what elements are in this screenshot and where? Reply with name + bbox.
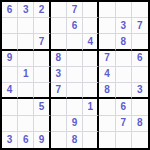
cell-r9c4[interactable]: [51, 132, 67, 148]
cell-r8c3[interactable]: [34, 116, 50, 132]
cell-r1c7[interactable]: [99, 2, 115, 18]
cell-r7c9[interactable]: [132, 99, 148, 115]
cell-r3c9[interactable]: [132, 34, 148, 50]
cell-r9c7[interactable]: [99, 132, 115, 148]
cell-r3c8[interactable]: 8: [116, 34, 132, 50]
cell-r1c9[interactable]: [132, 2, 148, 18]
cell-r7c5[interactable]: [67, 99, 83, 115]
cell-r6c7[interactable]: 8: [99, 83, 115, 99]
cell-r7c6[interactable]: 1: [83, 99, 99, 115]
cell-r6c9[interactable]: 3: [132, 83, 148, 99]
cell-r2c8[interactable]: 3: [116, 18, 132, 34]
cell-r4c9[interactable]: 6: [132, 51, 148, 67]
cell-r5c3[interactable]: [34, 67, 50, 83]
cell-r1c2[interactable]: 3: [18, 2, 34, 18]
cell-r3c5[interactable]: [67, 34, 83, 50]
cell-r3c3[interactable]: 7: [34, 34, 50, 50]
cell-r1c5[interactable]: 7: [67, 2, 83, 18]
cell-r6c2[interactable]: [18, 83, 34, 99]
cell-r9c5[interactable]: 8: [67, 132, 83, 148]
cell-r9c9[interactable]: [132, 132, 148, 148]
cell-r7c4[interactable]: [51, 99, 67, 115]
cell-r2c9[interactable]: 7: [132, 18, 148, 34]
cell-r5c4[interactable]: 3: [51, 67, 67, 83]
cell-r8c6[interactable]: [83, 116, 99, 132]
cell-r5c6[interactable]: [83, 67, 99, 83]
cell-r1c3[interactable]: 2: [34, 2, 50, 18]
cell-r2c6[interactable]: [83, 18, 99, 34]
cell-r4c8[interactable]: [116, 51, 132, 67]
sudoku-board: 6327637748987613447835169783698: [0, 0, 150, 150]
cell-r8c4[interactable]: [51, 116, 67, 132]
cell-r2c2[interactable]: [18, 18, 34, 34]
cell-r4c7[interactable]: 7: [99, 51, 115, 67]
cell-r4c3[interactable]: [34, 51, 50, 67]
cell-r2c5[interactable]: 6: [67, 18, 83, 34]
cell-r4c4[interactable]: 8: [51, 51, 67, 67]
cell-r2c4[interactable]: [51, 18, 67, 34]
cell-r9c3[interactable]: 9: [34, 132, 50, 148]
cell-r7c1[interactable]: [2, 99, 18, 115]
cell-r1c1[interactable]: 6: [2, 2, 18, 18]
cell-r5c2[interactable]: 1: [18, 67, 34, 83]
cell-r4c6[interactable]: [83, 51, 99, 67]
cell-r2c1[interactable]: [2, 18, 18, 34]
cell-r8c1[interactable]: [2, 116, 18, 132]
cell-r1c6[interactable]: [83, 2, 99, 18]
cell-r3c1[interactable]: [2, 34, 18, 50]
cell-r7c7[interactable]: [99, 99, 115, 115]
cell-r8c5[interactable]: 9: [67, 116, 83, 132]
cell-r5c8[interactable]: [116, 67, 132, 83]
cell-r9c8[interactable]: [116, 132, 132, 148]
cell-r7c2[interactable]: [18, 99, 34, 115]
cell-r4c5[interactable]: [67, 51, 83, 67]
cell-r7c3[interactable]: 5: [34, 99, 50, 115]
cell-r8c9[interactable]: 8: [132, 116, 148, 132]
cell-r4c2[interactable]: [18, 51, 34, 67]
cell-r9c1[interactable]: 3: [2, 132, 18, 148]
cell-r2c3[interactable]: [34, 18, 50, 34]
cell-r6c1[interactable]: 4: [2, 83, 18, 99]
cell-r5c9[interactable]: [132, 67, 148, 83]
cell-r3c6[interactable]: 4: [83, 34, 99, 50]
cell-r8c7[interactable]: [99, 116, 115, 132]
cell-r2c7[interactable]: [99, 18, 115, 34]
cell-r5c5[interactable]: [67, 67, 83, 83]
cell-r9c2[interactable]: 6: [18, 132, 34, 148]
cell-r6c5[interactable]: [67, 83, 83, 99]
cell-r5c7[interactable]: 4: [99, 67, 115, 83]
cell-r6c8[interactable]: [116, 83, 132, 99]
cell-r3c4[interactable]: [51, 34, 67, 50]
cell-r8c2[interactable]: [18, 116, 34, 132]
cell-r4c1[interactable]: 9: [2, 51, 18, 67]
cell-r9c6[interactable]: [83, 132, 99, 148]
cell-r3c7[interactable]: [99, 34, 115, 50]
cell-r6c3[interactable]: [34, 83, 50, 99]
cell-r6c6[interactable]: [83, 83, 99, 99]
cell-r1c4[interactable]: [51, 2, 67, 18]
cell-r1c8[interactable]: [116, 2, 132, 18]
cell-r5c1[interactable]: [2, 67, 18, 83]
cell-r7c8[interactable]: 6: [116, 99, 132, 115]
cell-r3c2[interactable]: [18, 34, 34, 50]
cell-r8c8[interactable]: 7: [116, 116, 132, 132]
cell-r6c4[interactable]: 7: [51, 83, 67, 99]
